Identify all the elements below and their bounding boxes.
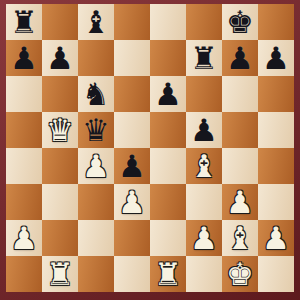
piece-black-knight[interactable]: ♞ [82, 76, 110, 112]
square-g4[interactable] [222, 148, 258, 184]
square-c2[interactable] [78, 220, 114, 256]
square-c3[interactable] [78, 184, 114, 220]
piece-white-pawn[interactable]: ♟ [226, 184, 254, 220]
square-h6[interactable] [258, 76, 294, 112]
square-g7[interactable]: ♟ [222, 40, 258, 76]
piece-white-bishop[interactable]: ♝ [226, 220, 254, 256]
square-c1[interactable] [78, 256, 114, 292]
square-f4[interactable]: ♝ [186, 148, 222, 184]
square-h7[interactable]: ♟ [258, 40, 294, 76]
piece-black-pawn[interactable]: ♟ [46, 40, 74, 76]
square-f8[interactable] [186, 4, 222, 40]
square-c4[interactable]: ♟ [78, 148, 114, 184]
square-f1[interactable] [186, 256, 222, 292]
square-d5[interactable] [114, 112, 150, 148]
piece-black-pawn[interactable]: ♟ [190, 112, 218, 148]
piece-white-pawn[interactable]: ♟ [10, 220, 38, 256]
piece-white-bishop[interactable]: ♝ [190, 148, 218, 184]
square-h3[interactable] [258, 184, 294, 220]
piece-white-king[interactable]: ♚ [226, 256, 254, 292]
piece-white-pawn[interactable]: ♟ [82, 148, 110, 184]
square-d3[interactable]: ♟ [114, 184, 150, 220]
square-g3[interactable]: ♟ [222, 184, 258, 220]
piece-white-pawn[interactable]: ♟ [190, 220, 218, 256]
board-frame: ♜♝♚♟♟♜♟♟♞♟♛♛♟♟♟♝♟♟♟♟♝♟♜♜♚ [0, 0, 300, 300]
piece-black-pawn[interactable]: ♟ [262, 40, 290, 76]
piece-white-pawn[interactable]: ♟ [262, 220, 290, 256]
square-d2[interactable] [114, 220, 150, 256]
square-f7[interactable]: ♜ [186, 40, 222, 76]
square-e6[interactable]: ♟ [150, 76, 186, 112]
square-e5[interactable] [150, 112, 186, 148]
square-b7[interactable]: ♟ [42, 40, 78, 76]
square-a6[interactable] [6, 76, 42, 112]
square-c7[interactable] [78, 40, 114, 76]
square-c6[interactable]: ♞ [78, 76, 114, 112]
square-c5[interactable]: ♛ [78, 112, 114, 148]
square-g5[interactable] [222, 112, 258, 148]
square-a1[interactable] [6, 256, 42, 292]
square-e2[interactable] [150, 220, 186, 256]
square-b8[interactable] [42, 4, 78, 40]
piece-black-pawn[interactable]: ♟ [154, 76, 182, 112]
square-g2[interactable]: ♝ [222, 220, 258, 256]
square-g6[interactable] [222, 76, 258, 112]
piece-white-pawn[interactable]: ♟ [118, 184, 146, 220]
square-b5[interactable]: ♛ [42, 112, 78, 148]
square-f6[interactable] [186, 76, 222, 112]
chess-board: ♜♝♚♟♟♜♟♟♞♟♛♛♟♟♟♝♟♟♟♟♝♟♜♜♚ [6, 4, 294, 292]
square-d8[interactable] [114, 4, 150, 40]
square-e3[interactable] [150, 184, 186, 220]
piece-black-rook[interactable]: ♜ [190, 40, 218, 76]
square-b4[interactable] [42, 148, 78, 184]
square-d4[interactable]: ♟ [114, 148, 150, 184]
piece-black-rook[interactable]: ♜ [10, 4, 38, 40]
piece-black-pawn[interactable]: ♟ [10, 40, 38, 76]
square-h4[interactable] [258, 148, 294, 184]
square-h8[interactable] [258, 4, 294, 40]
square-d7[interactable] [114, 40, 150, 76]
square-f3[interactable] [186, 184, 222, 220]
square-e1[interactable]: ♜ [150, 256, 186, 292]
square-d6[interactable] [114, 76, 150, 112]
square-e8[interactable] [150, 4, 186, 40]
square-a5[interactable] [6, 112, 42, 148]
square-g1[interactable]: ♚ [222, 256, 258, 292]
square-a8[interactable]: ♜ [6, 4, 42, 40]
square-b3[interactable] [42, 184, 78, 220]
square-a2[interactable]: ♟ [6, 220, 42, 256]
square-f2[interactable]: ♟ [186, 220, 222, 256]
square-a4[interactable] [6, 148, 42, 184]
square-e4[interactable] [150, 148, 186, 184]
square-a7[interactable]: ♟ [6, 40, 42, 76]
piece-black-king[interactable]: ♚ [226, 4, 254, 40]
piece-black-pawn[interactable]: ♟ [118, 148, 146, 184]
piece-white-rook[interactable]: ♜ [46, 256, 74, 292]
square-h2[interactable]: ♟ [258, 220, 294, 256]
square-f5[interactable]: ♟ [186, 112, 222, 148]
square-a3[interactable] [6, 184, 42, 220]
square-h5[interactable] [258, 112, 294, 148]
piece-white-queen[interactable]: ♛ [46, 112, 74, 148]
square-b1[interactable]: ♜ [42, 256, 78, 292]
piece-black-pawn[interactable]: ♟ [226, 40, 254, 76]
square-b2[interactable] [42, 220, 78, 256]
square-c8[interactable]: ♝ [78, 4, 114, 40]
square-h1[interactable] [258, 256, 294, 292]
square-d1[interactable] [114, 256, 150, 292]
piece-white-rook[interactable]: ♜ [154, 256, 182, 292]
piece-black-bishop[interactable]: ♝ [82, 4, 110, 40]
square-g8[interactable]: ♚ [222, 4, 258, 40]
piece-black-queen[interactable]: ♛ [82, 112, 110, 148]
square-b6[interactable] [42, 76, 78, 112]
square-e7[interactable] [150, 40, 186, 76]
